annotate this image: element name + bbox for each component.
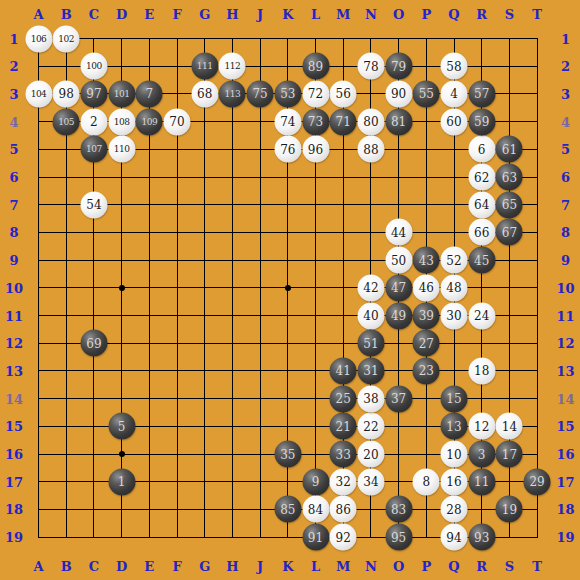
stone-black-l2[interactable]: 89 (302, 53, 329, 80)
stone-black-m14[interactable]: 25 (330, 385, 357, 412)
stone-white-n15[interactable]: 22 (357, 413, 384, 440)
star-point (119, 285, 125, 291)
column-label-bottom: O (393, 559, 404, 572)
stone-white-f4[interactable]: 70 (164, 108, 191, 135)
stone-white-q2[interactable]: 58 (441, 53, 468, 80)
move-number: 1 (118, 476, 126, 488)
stone-white-o9[interactable]: 50 (385, 247, 412, 274)
move-number: 96 (308, 143, 323, 155)
stone-black-c5[interactable]: 107 (80, 136, 107, 163)
move-number: 62 (474, 171, 489, 183)
move-number: 52 (446, 254, 461, 266)
stone-white-m18[interactable]: 86 (330, 496, 357, 523)
move-number: 38 (363, 393, 378, 405)
column-label-bottom: C (89, 559, 99, 572)
stone-black-e4[interactable]: 109 (136, 108, 163, 135)
column-label-top: O (393, 8, 404, 21)
column-label-top: H (226, 8, 238, 21)
grid-line-horizontal (38, 370, 538, 371)
move-number: 75 (252, 88, 267, 100)
move-number: 19 (502, 503, 517, 515)
move-number: 2 (90, 116, 98, 128)
move-number: 108 (114, 117, 130, 126)
move-number: 57 (474, 88, 489, 100)
stone-black-n12[interactable]: 51 (357, 330, 384, 357)
move-number: 86 (336, 503, 351, 515)
stone-white-q9[interactable]: 52 (441, 247, 468, 274)
column-label-bottom: Q (448, 559, 459, 572)
stone-white-n16[interactable]: 20 (357, 441, 384, 468)
move-number: 6 (478, 143, 486, 155)
stone-white-p10[interactable]: 46 (413, 274, 440, 301)
move-number: 25 (336, 393, 351, 405)
move-number: 91 (308, 531, 323, 543)
move-number: 56 (336, 88, 351, 100)
move-number: 41 (336, 365, 351, 377)
stone-black-m4[interactable]: 71 (330, 108, 357, 135)
move-number: 104 (31, 89, 47, 98)
stone-white-l5[interactable]: 96 (302, 136, 329, 163)
column-label-top: S (505, 8, 514, 21)
move-number: 100 (86, 62, 102, 71)
stone-black-k18[interactable]: 85 (274, 496, 301, 523)
column-label-bottom: F (172, 559, 181, 572)
stone-black-s6[interactable]: 63 (496, 164, 523, 191)
stone-black-o14[interactable]: 37 (385, 385, 412, 412)
move-number: 85 (280, 503, 295, 515)
column-label-bottom: L (311, 559, 320, 572)
column-label-bottom: K (282, 559, 293, 572)
column-label-top: D (116, 8, 127, 21)
move-number: 79 (391, 60, 406, 72)
move-number: 67 (502, 226, 517, 238)
move-number: 64 (474, 199, 489, 211)
row-label-right: 11 (556, 309, 574, 322)
move-number: 84 (308, 503, 323, 515)
stone-black-j3[interactable]: 75 (247, 80, 274, 107)
column-label-bottom: J (257, 559, 263, 572)
row-label-left: 13 (5, 364, 23, 377)
move-number: 30 (446, 310, 461, 322)
row-label-right: 13 (556, 364, 574, 377)
row-label-right: 7 (561, 198, 570, 211)
stone-black-s8[interactable]: 67 (496, 219, 523, 246)
move-number: 102 (58, 34, 74, 43)
stone-black-p12[interactable]: 27 (413, 330, 440, 357)
move-number: 95 (391, 531, 406, 543)
column-label-bottom: H (226, 559, 238, 572)
stone-black-s18[interactable]: 19 (496, 496, 523, 523)
column-label-bottom: N (365, 559, 377, 572)
move-number: 112 (225, 62, 241, 71)
move-number: 93 (474, 531, 489, 543)
stone-black-p3[interactable]: 55 (413, 80, 440, 107)
row-label-left: 8 (9, 226, 18, 239)
move-number: 59 (474, 116, 489, 128)
column-label-top: G (199, 8, 210, 21)
stone-white-r15[interactable]: 12 (468, 413, 495, 440)
stone-white-q4[interactable]: 60 (441, 108, 468, 135)
move-number: 32 (336, 476, 351, 488)
row-label-right: 6 (561, 171, 570, 184)
stone-white-o8[interactable]: 44 (385, 219, 412, 246)
stone-white-q17[interactable]: 16 (441, 468, 468, 495)
row-label-right: 17 (556, 475, 574, 488)
stone-black-s16[interactable]: 17 (496, 441, 523, 468)
move-number: 68 (197, 88, 212, 100)
stone-white-n4[interactable]: 80 (357, 108, 384, 135)
stone-black-s5[interactable]: 61 (496, 136, 523, 163)
move-number: 51 (363, 337, 378, 349)
stone-black-p11[interactable]: 39 (413, 302, 440, 329)
move-number: 11 (474, 476, 489, 488)
column-label-top: R (476, 8, 487, 21)
move-number: 3 (478, 448, 486, 460)
move-number: 10 (446, 448, 461, 460)
row-label-right: 19 (556, 531, 574, 544)
move-number: 90 (391, 88, 406, 100)
move-number: 78 (363, 60, 378, 72)
move-number: 101 (114, 89, 130, 98)
column-label-bottom: A (33, 559, 43, 572)
move-number: 61 (502, 143, 517, 155)
column-label-bottom: G (199, 559, 210, 572)
row-label-left: 14 (5, 392, 23, 405)
move-number: 113 (225, 89, 241, 98)
stone-white-q10[interactable]: 48 (441, 274, 468, 301)
star-point (119, 451, 125, 457)
move-number: 92 (336, 531, 351, 543)
row-label-left: 16 (5, 448, 23, 461)
stone-black-h3[interactable]: 113 (219, 80, 246, 107)
row-label-left: 6 (9, 171, 18, 184)
stone-white-a1[interactable]: 106 (25, 25, 52, 52)
row-label-right: 3 (561, 87, 570, 100)
move-number: 9 (312, 476, 320, 488)
stone-black-r19[interactable]: 93 (468, 524, 495, 551)
move-number: 94 (446, 531, 461, 543)
stone-black-c3[interactable]: 97 (80, 80, 107, 107)
column-label-top: Q (448, 8, 459, 21)
row-label-left: 4 (9, 115, 18, 128)
stone-white-r7[interactable]: 64 (468, 191, 495, 218)
move-number: 28 (446, 503, 461, 515)
stone-white-m3[interactable]: 56 (330, 80, 357, 107)
move-number: 76 (280, 143, 295, 155)
move-number: 74 (280, 116, 295, 128)
stone-black-o2[interactable]: 79 (385, 53, 412, 80)
stone-white-d5[interactable]: 110 (108, 136, 135, 163)
row-label-right: 2 (561, 60, 570, 73)
stone-white-c4[interactable]: 2 (80, 108, 107, 135)
move-number: 66 (474, 226, 489, 238)
stone-white-q19[interactable]: 94 (441, 524, 468, 551)
stone-white-k5[interactable]: 76 (274, 136, 301, 163)
move-number: 27 (419, 337, 434, 349)
move-number: 81 (391, 116, 406, 128)
move-number: 22 (363, 420, 378, 432)
move-number: 24 (474, 310, 489, 322)
stone-black-l17[interactable]: 9 (302, 468, 329, 495)
column-label-bottom: S (505, 559, 514, 572)
move-number: 69 (86, 337, 101, 349)
stone-white-q16[interactable]: 10 (441, 441, 468, 468)
move-number: 50 (391, 254, 406, 266)
stone-black-r17[interactable]: 11 (468, 468, 495, 495)
move-number: 13 (446, 420, 461, 432)
move-number: 105 (58, 117, 74, 126)
move-number: 58 (446, 60, 461, 72)
move-number: 47 (391, 282, 406, 294)
stone-white-g3[interactable]: 68 (191, 80, 218, 107)
stone-white-r5[interactable]: 6 (468, 136, 495, 163)
move-number: 44 (391, 226, 406, 238)
stone-black-o11[interactable]: 49 (385, 302, 412, 329)
stone-black-k3[interactable]: 53 (274, 80, 301, 107)
stone-white-q3[interactable]: 4 (441, 80, 468, 107)
stone-black-k16[interactable]: 35 (274, 441, 301, 468)
move-number: 55 (419, 88, 434, 100)
move-number: 65 (502, 199, 517, 211)
stone-white-l3[interactable]: 72 (302, 80, 329, 107)
move-number: 45 (474, 254, 489, 266)
stone-white-b1[interactable]: 102 (53, 25, 80, 52)
stone-black-s7[interactable]: 65 (496, 191, 523, 218)
move-number: 110 (114, 145, 130, 154)
stone-black-b4[interactable]: 105 (53, 108, 80, 135)
stone-black-n13[interactable]: 31 (357, 357, 384, 384)
move-number: 16 (446, 476, 461, 488)
move-number: 109 (141, 117, 157, 126)
row-label-left: 2 (9, 60, 18, 73)
stone-white-o3[interactable]: 90 (385, 80, 412, 107)
move-number: 40 (363, 310, 378, 322)
move-number: 83 (391, 503, 406, 515)
move-number: 48 (446, 282, 461, 294)
stone-black-r4[interactable]: 59 (468, 108, 495, 135)
stone-white-k4[interactable]: 74 (274, 108, 301, 135)
row-label-right: 14 (556, 392, 574, 405)
move-number: 88 (363, 143, 378, 155)
row-label-left: 12 (5, 337, 23, 350)
move-number: 37 (391, 393, 406, 405)
move-number: 14 (502, 420, 517, 432)
move-number: 8 (422, 476, 430, 488)
stone-black-m16[interactable]: 33 (330, 441, 357, 468)
move-number: 106 (31, 34, 47, 43)
stone-black-q14[interactable]: 15 (441, 385, 468, 412)
row-label-left: 10 (5, 281, 23, 294)
move-number: 54 (86, 199, 101, 211)
stone-white-s15[interactable]: 14 (496, 413, 523, 440)
stone-white-l18[interactable]: 84 (302, 496, 329, 523)
stone-white-d4[interactable]: 108 (108, 108, 135, 135)
column-label-bottom: R (476, 559, 487, 572)
stone-black-r16[interactable]: 3 (468, 441, 495, 468)
stone-black-o10[interactable]: 47 (385, 274, 412, 301)
move-number: 49 (391, 310, 406, 322)
move-number: 60 (446, 116, 461, 128)
stone-white-r8[interactable]: 66 (468, 219, 495, 246)
stone-black-p13[interactable]: 23 (413, 357, 440, 384)
row-label-right: 8 (561, 226, 570, 239)
column-label-bottom: P (421, 559, 431, 572)
column-label-top: B (61, 8, 72, 21)
column-label-top: A (33, 8, 43, 21)
column-label-top: E (144, 8, 154, 21)
move-number: 23 (419, 365, 434, 377)
column-label-bottom: B (61, 559, 72, 572)
move-number: 4 (450, 88, 458, 100)
row-label-left: 3 (9, 87, 18, 100)
stone-black-m15[interactable]: 21 (330, 413, 357, 440)
stone-white-a3[interactable]: 104 (25, 80, 52, 107)
move-number: 29 (529, 476, 544, 488)
stone-white-n5[interactable]: 88 (357, 136, 384, 163)
column-label-top: K (282, 8, 293, 21)
column-label-bottom: T (532, 559, 542, 572)
move-number: 12 (474, 420, 489, 432)
move-number: 53 (280, 88, 295, 100)
stone-black-o18[interactable]: 83 (385, 496, 412, 523)
stone-white-p17[interactable]: 8 (413, 468, 440, 495)
go-board[interactable]: AABBCCDDEEFFGGHHJJKKLLMMNNOOPPQQRRSSTT11… (0, 0, 580, 580)
column-label-bottom: E (144, 559, 154, 572)
move-number: 89 (308, 60, 323, 72)
column-label-top: N (365, 8, 377, 21)
stone-white-m17[interactable]: 32 (330, 468, 357, 495)
row-label-right: 5 (561, 143, 570, 156)
row-label-left: 15 (5, 420, 23, 433)
stone-black-c12[interactable]: 69 (80, 330, 107, 357)
row-label-left: 5 (9, 143, 18, 156)
move-number: 97 (86, 88, 101, 100)
row-label-left: 17 (5, 475, 23, 488)
move-number: 18 (474, 365, 489, 377)
move-number: 20 (363, 448, 378, 460)
stone-white-n11[interactable]: 40 (357, 302, 384, 329)
row-label-left: 1 (9, 32, 18, 45)
move-number: 107 (86, 145, 102, 154)
move-number: 42 (363, 282, 378, 294)
move-number: 80 (363, 116, 378, 128)
stone-white-q18[interactable]: 28 (441, 496, 468, 523)
stone-white-q11[interactable]: 30 (441, 302, 468, 329)
row-label-left: 18 (5, 503, 23, 516)
stone-black-o19[interactable]: 95 (385, 524, 412, 551)
move-number: 5 (118, 420, 126, 432)
stone-white-r13[interactable]: 18 (468, 357, 495, 384)
star-point (285, 285, 291, 291)
move-number: 31 (363, 365, 378, 377)
stone-black-q15[interactable]: 13 (441, 413, 468, 440)
stone-black-l19[interactable]: 91 (302, 524, 329, 551)
move-number: 72 (308, 88, 323, 100)
move-number: 7 (145, 88, 153, 100)
stone-black-g2[interactable]: 111 (191, 53, 218, 80)
move-number: 43 (419, 254, 434, 266)
column-label-top: J (257, 8, 263, 21)
move-number: 34 (363, 476, 378, 488)
stone-white-n14[interactable]: 38 (357, 385, 384, 412)
move-number: 46 (419, 282, 434, 294)
stone-white-m19[interactable]: 92 (330, 524, 357, 551)
move-number: 39 (419, 310, 434, 322)
stone-black-d3[interactable]: 101 (108, 80, 135, 107)
column-label-bottom: D (116, 559, 127, 572)
stone-white-n10[interactable]: 42 (357, 274, 384, 301)
row-label-right: 18 (556, 503, 574, 516)
stone-white-n2[interactable]: 78 (357, 53, 384, 80)
move-number: 15 (446, 393, 461, 405)
row-label-right: 1 (561, 32, 570, 45)
column-label-top: C (89, 8, 99, 21)
stone-white-r6[interactable]: 62 (468, 164, 495, 191)
row-label-right: 15 (556, 420, 574, 433)
column-label-top: L (311, 8, 320, 21)
column-label-top: F (172, 8, 181, 21)
stone-white-b3[interactable]: 98 (53, 80, 80, 107)
row-label-right: 12 (556, 337, 574, 350)
column-label-top: M (336, 8, 350, 21)
move-number: 111 (197, 62, 213, 71)
stone-white-h2[interactable]: 112 (219, 53, 246, 80)
move-number: 17 (502, 448, 517, 460)
move-number: 21 (336, 420, 351, 432)
grid-line-vertical (537, 38, 538, 538)
stone-black-r3[interactable]: 57 (468, 80, 495, 107)
move-number: 35 (280, 448, 295, 460)
move-number: 98 (59, 88, 74, 100)
column-label-bottom: M (336, 559, 350, 572)
stone-white-n17[interactable]: 34 (357, 468, 384, 495)
stone-white-c7[interactable]: 54 (80, 191, 107, 218)
row-label-right: 10 (556, 281, 574, 294)
row-label-left: 11 (5, 309, 23, 322)
move-number: 63 (502, 171, 517, 183)
column-label-top: P (421, 8, 431, 21)
stone-black-d15[interactable]: 5 (108, 413, 135, 440)
row-label-left: 7 (9, 198, 18, 211)
row-label-right: 4 (561, 115, 570, 128)
column-label-top: T (532, 8, 542, 21)
row-label-right: 16 (556, 448, 574, 461)
move-number: 70 (169, 116, 184, 128)
row-label-right: 9 (561, 254, 570, 267)
stone-black-t17[interactable]: 29 (524, 468, 551, 495)
row-label-left: 9 (9, 254, 18, 267)
move-number: 33 (336, 448, 351, 460)
stone-white-c2[interactable]: 100 (80, 53, 107, 80)
stone-black-r9[interactable]: 45 (468, 247, 495, 274)
stone-black-d17[interactable]: 1 (108, 468, 135, 495)
row-label-left: 19 (5, 531, 23, 544)
stone-black-p9[interactable]: 43 (413, 247, 440, 274)
grid-line-horizontal (38, 343, 538, 344)
stone-black-o4[interactable]: 81 (385, 108, 412, 135)
stone-black-m13[interactable]: 41 (330, 357, 357, 384)
stone-white-r11[interactable]: 24 (468, 302, 495, 329)
stone-black-l4[interactable]: 73 (302, 108, 329, 135)
move-number: 73 (308, 116, 323, 128)
move-number: 71 (336, 116, 351, 128)
stone-black-e3[interactable]: 7 (136, 80, 163, 107)
